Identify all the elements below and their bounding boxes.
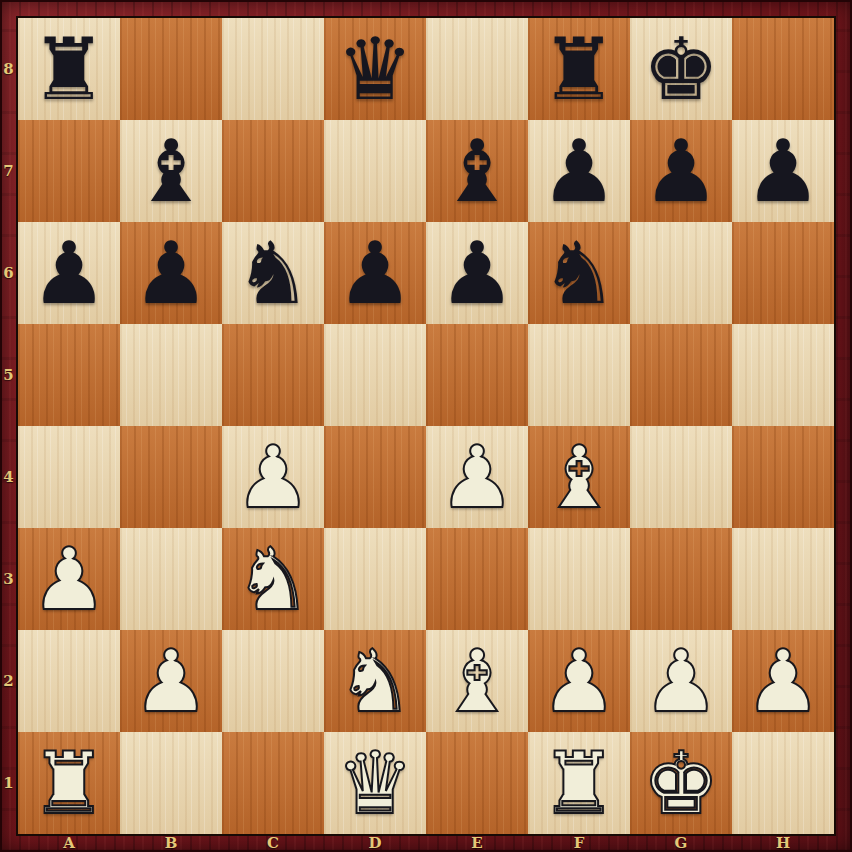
square-f8[interactable]: ♜ bbox=[528, 18, 630, 120]
square-e1[interactable] bbox=[426, 732, 528, 834]
square-c7[interactable] bbox=[222, 120, 324, 222]
black-rook: ♜ bbox=[18, 18, 120, 120]
square-e4[interactable]: ♟ bbox=[426, 426, 528, 528]
square-f2[interactable]: ♟ bbox=[528, 630, 630, 732]
file-label-f: F bbox=[528, 835, 630, 852]
square-d5[interactable] bbox=[324, 324, 426, 426]
square-h4[interactable] bbox=[732, 426, 834, 528]
file-label-e: E bbox=[426, 835, 528, 852]
square-g2[interactable]: ♟ bbox=[630, 630, 732, 732]
square-h5[interactable] bbox=[732, 324, 834, 426]
white-bishop: ♝ bbox=[528, 426, 630, 528]
square-f7[interactable]: ♟ bbox=[528, 120, 630, 222]
square-a4[interactable] bbox=[18, 426, 120, 528]
black-pawn: ♟ bbox=[426, 222, 528, 324]
white-rook: ♜ bbox=[528, 732, 630, 834]
square-d4[interactable] bbox=[324, 426, 426, 528]
square-a6[interactable]: ♟ bbox=[18, 222, 120, 324]
square-f1[interactable]: ♜ bbox=[528, 732, 630, 834]
square-g4[interactable] bbox=[630, 426, 732, 528]
black-bishop: ♝ bbox=[120, 120, 222, 222]
square-g1[interactable]: ♚ bbox=[630, 732, 732, 834]
rank-label-4: 4 bbox=[0, 426, 17, 528]
file-label-c: C bbox=[222, 835, 324, 852]
square-h7[interactable]: ♟ bbox=[732, 120, 834, 222]
square-a3[interactable]: ♟ bbox=[18, 528, 120, 630]
square-c8[interactable] bbox=[222, 18, 324, 120]
square-c4[interactable]: ♟ bbox=[222, 426, 324, 528]
rank-label-1: 1 bbox=[0, 732, 17, 834]
white-queen: ♛ bbox=[324, 732, 426, 834]
square-d8[interactable]: ♛ bbox=[324, 18, 426, 120]
white-bishop: ♝ bbox=[426, 630, 528, 732]
black-rook: ♜ bbox=[528, 18, 630, 120]
white-pawn: ♟ bbox=[120, 630, 222, 732]
square-e2[interactable]: ♝ bbox=[426, 630, 528, 732]
square-c6[interactable]: ♞ bbox=[222, 222, 324, 324]
rank-label-7: 7 bbox=[0, 120, 17, 222]
square-f4[interactable]: ♝ bbox=[528, 426, 630, 528]
black-bishop: ♝ bbox=[426, 120, 528, 222]
square-b7[interactable]: ♝ bbox=[120, 120, 222, 222]
file-label-g: G bbox=[630, 835, 732, 852]
square-b5[interactable] bbox=[120, 324, 222, 426]
square-c3[interactable]: ♞ bbox=[222, 528, 324, 630]
white-pawn: ♟ bbox=[630, 630, 732, 732]
square-a1[interactable]: ♜ bbox=[18, 732, 120, 834]
square-h6[interactable] bbox=[732, 222, 834, 324]
square-h2[interactable]: ♟ bbox=[732, 630, 834, 732]
square-g6[interactable] bbox=[630, 222, 732, 324]
square-d3[interactable] bbox=[324, 528, 426, 630]
square-a7[interactable] bbox=[18, 120, 120, 222]
black-knight: ♞ bbox=[528, 222, 630, 324]
white-pawn: ♟ bbox=[528, 630, 630, 732]
black-pawn: ♟ bbox=[630, 120, 732, 222]
square-e6[interactable]: ♟ bbox=[426, 222, 528, 324]
white-pawn: ♟ bbox=[426, 426, 528, 528]
square-b4[interactable] bbox=[120, 426, 222, 528]
white-pawn: ♟ bbox=[18, 528, 120, 630]
square-b2[interactable]: ♟ bbox=[120, 630, 222, 732]
black-pawn: ♟ bbox=[18, 222, 120, 324]
white-pawn: ♟ bbox=[732, 630, 834, 732]
square-g3[interactable] bbox=[630, 528, 732, 630]
file-label-b: B bbox=[120, 835, 222, 852]
white-rook: ♜ bbox=[18, 732, 120, 834]
square-d1[interactable]: ♛ bbox=[324, 732, 426, 834]
black-pawn: ♟ bbox=[120, 222, 222, 324]
chess-board: ♜♛♜♚♝♝♟♟♟♟♟♞♟♟♞♟♟♝♟♞♟♞♝♟♟♟♜♛♜♚ bbox=[18, 18, 834, 834]
square-h8[interactable] bbox=[732, 18, 834, 120]
white-king: ♚ bbox=[630, 732, 732, 834]
square-f5[interactable] bbox=[528, 324, 630, 426]
black-queen: ♛ bbox=[324, 18, 426, 120]
rank-label-6: 6 bbox=[0, 222, 17, 324]
file-label-h: H bbox=[732, 835, 834, 852]
file-label-a: A bbox=[18, 835, 120, 852]
square-g8[interactable]: ♚ bbox=[630, 18, 732, 120]
square-e7[interactable]: ♝ bbox=[426, 120, 528, 222]
black-pawn: ♟ bbox=[324, 222, 426, 324]
square-b1[interactable] bbox=[120, 732, 222, 834]
square-a8[interactable]: ♜ bbox=[18, 18, 120, 120]
square-f6[interactable]: ♞ bbox=[528, 222, 630, 324]
square-c5[interactable] bbox=[222, 324, 324, 426]
square-d2[interactable]: ♞ bbox=[324, 630, 426, 732]
square-f3[interactable] bbox=[528, 528, 630, 630]
square-c1[interactable] bbox=[222, 732, 324, 834]
rank-label-8: 8 bbox=[0, 18, 17, 120]
black-knight: ♞ bbox=[222, 222, 324, 324]
square-b6[interactable]: ♟ bbox=[120, 222, 222, 324]
black-pawn: ♟ bbox=[732, 120, 834, 222]
square-b8[interactable] bbox=[120, 18, 222, 120]
square-b3[interactable] bbox=[120, 528, 222, 630]
square-g5[interactable] bbox=[630, 324, 732, 426]
white-knight: ♞ bbox=[324, 630, 426, 732]
black-king: ♚ bbox=[630, 18, 732, 120]
rank-label-5: 5 bbox=[0, 324, 17, 426]
square-a5[interactable] bbox=[18, 324, 120, 426]
white-pawn: ♟ bbox=[222, 426, 324, 528]
rank-label-3: 3 bbox=[0, 528, 17, 630]
square-d7[interactable] bbox=[324, 120, 426, 222]
file-label-d: D bbox=[324, 835, 426, 852]
board-frame: ♜♛♜♚♝♝♟♟♟♟♟♞♟♟♞♟♟♝♟♞♟♞♝♟♟♟♜♛♜♚ 87654321A… bbox=[0, 0, 852, 852]
white-knight: ♞ bbox=[222, 528, 324, 630]
square-a2[interactable] bbox=[18, 630, 120, 732]
rank-label-2: 2 bbox=[0, 630, 17, 732]
square-e5[interactable] bbox=[426, 324, 528, 426]
square-c2[interactable] bbox=[222, 630, 324, 732]
square-d6[interactable]: ♟ bbox=[324, 222, 426, 324]
square-h3[interactable] bbox=[732, 528, 834, 630]
square-e3[interactable] bbox=[426, 528, 528, 630]
square-e8[interactable] bbox=[426, 18, 528, 120]
black-pawn: ♟ bbox=[528, 120, 630, 222]
square-h1[interactable] bbox=[732, 732, 834, 834]
square-g7[interactable]: ♟ bbox=[630, 120, 732, 222]
